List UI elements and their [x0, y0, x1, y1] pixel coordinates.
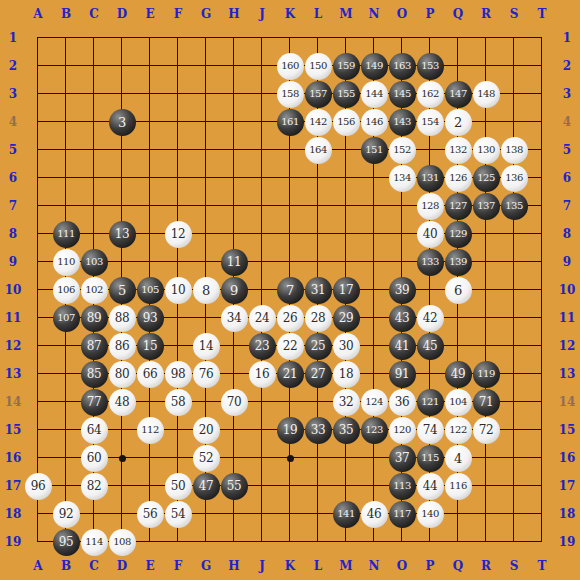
coord-label-top-N: N: [360, 4, 388, 24]
stone-N15: 123: [361, 417, 388, 444]
move-number: 49: [451, 368, 465, 380]
stone-C13: 85: [81, 361, 108, 388]
stone-A17: 96: [25, 473, 52, 500]
coord-label-bottom-A: A: [24, 556, 52, 576]
move-number: 95: [59, 536, 73, 548]
move-number: 58: [171, 396, 185, 408]
go-board: 2345678910111213141516171819202122232425…: [0, 0, 580, 580]
move-number: 108: [113, 537, 131, 547]
move-number: 150: [309, 61, 327, 71]
move-number: 86: [115, 340, 129, 352]
coord-label-right-4: 4: [554, 108, 580, 136]
move-number: 104: [449, 397, 467, 407]
coord-label-right-10: 10: [554, 276, 580, 304]
coord-label-right-11: 11: [554, 304, 580, 332]
move-number: 143: [393, 117, 411, 127]
move-number: 22: [283, 340, 297, 352]
move-number: 135: [505, 201, 523, 211]
coord-label-left-4: 4: [0, 108, 26, 136]
move-number: 161: [281, 117, 299, 127]
stone-L2: 150: [305, 53, 332, 80]
stone-D13: 80: [109, 361, 136, 388]
stone-R13: 119: [473, 361, 500, 388]
stone-L5: 164: [305, 137, 332, 164]
coord-label-top-P: P: [416, 4, 444, 24]
move-number: 9: [230, 284, 238, 297]
coord-label-top-S: S: [500, 4, 528, 24]
stone-D11: 88: [109, 305, 136, 332]
stone-K13: 21: [277, 361, 304, 388]
stone-D10: 5: [109, 277, 136, 304]
stone-F13: 98: [165, 361, 192, 388]
star-point-K16: [287, 455, 294, 462]
move-number: 107: [57, 313, 75, 323]
move-number: 31: [311, 284, 325, 296]
move-number: 158: [281, 89, 299, 99]
stone-J11: 24: [249, 305, 276, 332]
move-number: 156: [337, 117, 355, 127]
stone-K3: 158: [277, 81, 304, 108]
move-number: 35: [339, 424, 353, 436]
move-number: 36: [395, 396, 409, 408]
coord-label-right-9: 9: [554, 248, 580, 276]
move-number: 70: [227, 396, 241, 408]
move-number: 76: [199, 368, 213, 380]
stone-S7: 135: [501, 193, 528, 220]
stone-L12: 25: [305, 333, 332, 360]
move-number: 17: [339, 284, 353, 296]
coord-label-bottom-C: C: [80, 556, 108, 576]
stone-O2: 163: [389, 53, 416, 80]
coord-label-left-18: 18: [0, 500, 26, 528]
move-number: 105: [141, 285, 159, 295]
move-number: 130: [477, 145, 495, 155]
stone-Q9: 139: [445, 249, 472, 276]
move-number: 116: [449, 481, 467, 491]
move-number: 124: [365, 397, 383, 407]
stone-K4: 161: [277, 109, 304, 136]
move-number: 34: [227, 312, 241, 324]
stone-O15: 120: [389, 417, 416, 444]
coord-label-left-17: 17: [0, 472, 26, 500]
stone-G10: 8: [193, 277, 220, 304]
stone-H9: 11: [221, 249, 248, 276]
coord-label-top-G: G: [192, 4, 220, 24]
stone-C12: 87: [81, 333, 108, 360]
stone-H14: 70: [221, 389, 248, 416]
stone-B10: 106: [53, 277, 80, 304]
stone-M2: 159: [333, 53, 360, 80]
stone-B11: 107: [53, 305, 80, 332]
coord-label-right-5: 5: [554, 136, 580, 164]
move-number: 152: [393, 145, 411, 155]
coord-label-left-6: 6: [0, 164, 26, 192]
stone-B9: 110: [53, 249, 80, 276]
stone-E15: 112: [137, 417, 164, 444]
move-number: 103: [85, 257, 103, 267]
move-number: 16: [255, 368, 269, 380]
coord-label-right-13: 13: [554, 360, 580, 388]
move-number: 110: [57, 257, 75, 267]
stone-P7: 128: [417, 193, 444, 220]
coord-label-right-19: 19: [554, 528, 580, 556]
stone-P17: 44: [417, 473, 444, 500]
stone-O14: 36: [389, 389, 416, 416]
move-number: 146: [365, 117, 383, 127]
move-number: 12: [171, 228, 185, 240]
move-number: 148: [477, 89, 495, 99]
board-grid[interactable]: 2345678910111213141516171819202122232425…: [24, 24, 556, 556]
coord-label-bottom-K: K: [276, 556, 304, 576]
move-number: 141: [337, 509, 355, 519]
move-number: 80: [115, 368, 129, 380]
stone-E11: 93: [137, 305, 164, 332]
move-number: 5: [118, 284, 126, 297]
stone-P14: 121: [417, 389, 444, 416]
move-number: 20: [199, 424, 213, 436]
move-number: 82: [87, 480, 101, 492]
coord-label-top-Q: Q: [444, 4, 472, 24]
move-number: 46: [367, 508, 381, 520]
move-number: 114: [85, 537, 103, 547]
stone-E18: 56: [137, 501, 164, 528]
stone-Q3: 147: [445, 81, 472, 108]
stone-Q10: 6: [445, 277, 472, 304]
stone-B18: 92: [53, 501, 80, 528]
stone-M11: 29: [333, 305, 360, 332]
move-number: 47: [199, 480, 213, 492]
move-number: 71: [479, 396, 493, 408]
stone-C10: 102: [81, 277, 108, 304]
stone-P18: 140: [417, 501, 444, 528]
coord-label-top-O: O: [388, 4, 416, 24]
coord-label-left-14: 14: [0, 388, 26, 416]
coord-label-left-12: 12: [0, 332, 26, 360]
move-number: 112: [141, 425, 159, 435]
stone-C15: 64: [81, 417, 108, 444]
move-number: 43: [395, 312, 409, 324]
stone-N3: 144: [361, 81, 388, 108]
coord-label-top-D: D: [108, 4, 136, 24]
move-number: 8: [202, 284, 210, 297]
stone-P16: 115: [417, 445, 444, 472]
stone-B8: 111: [53, 221, 80, 248]
stone-L13: 27: [305, 361, 332, 388]
move-number: 32: [339, 396, 353, 408]
stone-C17: 82: [81, 473, 108, 500]
coord-label-right-3: 3: [554, 80, 580, 108]
move-number: 111: [57, 229, 75, 239]
stone-F10: 10: [165, 277, 192, 304]
stone-F17: 50: [165, 473, 192, 500]
stone-D19: 108: [109, 529, 136, 556]
stone-R3: 148: [473, 81, 500, 108]
move-number: 123: [365, 425, 383, 435]
move-number: 55: [227, 480, 241, 492]
stone-R5: 130: [473, 137, 500, 164]
coord-label-bottom-P: P: [416, 556, 444, 576]
coord-label-left-2: 2: [0, 52, 26, 80]
stone-C14: 77: [81, 389, 108, 416]
stone-M10: 17: [333, 277, 360, 304]
move-number: 45: [423, 340, 437, 352]
move-number: 160: [281, 61, 299, 71]
move-number: 72: [479, 424, 493, 436]
stone-N2: 149: [361, 53, 388, 80]
stone-G16: 52: [193, 445, 220, 472]
move-number: 129: [449, 229, 467, 239]
move-number: 126: [449, 173, 467, 183]
move-number: 93: [143, 312, 157, 324]
stone-O4: 143: [389, 109, 416, 136]
stone-O3: 145: [389, 81, 416, 108]
move-number: 128: [421, 201, 439, 211]
move-number: 121: [421, 397, 439, 407]
move-number: 113: [393, 481, 411, 491]
move-number: 21: [283, 368, 297, 380]
move-number: 15: [143, 340, 157, 352]
coord-label-left-13: 13: [0, 360, 26, 388]
move-number: 89: [87, 312, 101, 324]
move-number: 133: [421, 257, 439, 267]
move-number: 74: [423, 424, 437, 436]
move-number: 66: [143, 368, 157, 380]
move-number: 115: [421, 453, 439, 463]
move-number: 37: [395, 452, 409, 464]
stone-D14: 48: [109, 389, 136, 416]
move-number: 139: [449, 257, 467, 267]
stone-Q6: 126: [445, 165, 472, 192]
stone-Q5: 132: [445, 137, 472, 164]
coord-label-left-15: 15: [0, 416, 26, 444]
move-number: 142: [309, 117, 327, 127]
coord-label-right-1: 1: [554, 24, 580, 52]
stone-P4: 154: [417, 109, 444, 136]
coord-label-left-3: 3: [0, 80, 26, 108]
move-number: 13: [115, 228, 129, 240]
star-point-D16: [119, 455, 126, 462]
coord-label-top-B: B: [52, 4, 80, 24]
move-number: 39: [395, 284, 409, 296]
stone-H17: 55: [221, 473, 248, 500]
coord-label-left-8: 8: [0, 220, 26, 248]
stone-O5: 152: [389, 137, 416, 164]
coord-label-bottom-O: O: [388, 556, 416, 576]
move-number: 88: [115, 312, 129, 324]
coord-label-right-8: 8: [554, 220, 580, 248]
stone-N4: 146: [361, 109, 388, 136]
stone-H11: 34: [221, 305, 248, 332]
move-number: 140: [421, 509, 439, 519]
coord-label-right-2: 2: [554, 52, 580, 80]
coord-label-top-E: E: [136, 4, 164, 24]
stone-N18: 46: [361, 501, 388, 528]
stone-G17: 47: [193, 473, 220, 500]
coord-label-right-12: 12: [554, 332, 580, 360]
move-number: 27: [311, 368, 325, 380]
stone-M12: 30: [333, 333, 360, 360]
coord-label-top-M: M: [332, 4, 360, 24]
coord-label-right-15: 15: [554, 416, 580, 444]
coord-label-left-11: 11: [0, 304, 26, 332]
coord-label-right-14: 14: [554, 388, 580, 416]
move-number: 11: [227, 256, 241, 268]
stone-L11: 28: [305, 305, 332, 332]
coord-label-bottom-G: G: [192, 556, 220, 576]
stone-J13: 16: [249, 361, 276, 388]
move-number: 3: [118, 116, 126, 129]
stone-P11: 42: [417, 305, 444, 332]
coord-label-bottom-R: R: [472, 556, 500, 576]
move-number: 23: [255, 340, 269, 352]
stone-E10: 105: [137, 277, 164, 304]
move-number: 119: [477, 369, 495, 379]
move-number: 48: [115, 396, 129, 408]
move-number: 96: [31, 480, 45, 492]
coord-label-left-1: 1: [0, 24, 26, 52]
coord-label-bottom-L: L: [304, 556, 332, 576]
stone-N14: 124: [361, 389, 388, 416]
stone-B19: 95: [53, 529, 80, 556]
move-number: 159: [337, 61, 355, 71]
coord-label-left-19: 19: [0, 528, 26, 556]
stone-M15: 35: [333, 417, 360, 444]
coord-label-right-16: 16: [554, 444, 580, 472]
move-number: 164: [309, 145, 327, 155]
stone-R14: 71: [473, 389, 500, 416]
coord-label-right-6: 6: [554, 164, 580, 192]
coord-label-left-7: 7: [0, 192, 26, 220]
move-number: 7: [286, 284, 294, 297]
stone-S5: 138: [501, 137, 528, 164]
stone-P8: 40: [417, 221, 444, 248]
move-number: 120: [393, 425, 411, 435]
move-number: 26: [283, 312, 297, 324]
coord-label-top-R: R: [472, 4, 500, 24]
stone-O16: 37: [389, 445, 416, 472]
stone-O17: 113: [389, 473, 416, 500]
stone-F18: 54: [165, 501, 192, 528]
move-number: 4: [454, 452, 462, 465]
stone-K2: 160: [277, 53, 304, 80]
move-number: 42: [423, 312, 437, 324]
move-number: 60: [87, 452, 101, 464]
coord-label-bottom-N: N: [360, 556, 388, 576]
move-number: 77: [87, 396, 101, 408]
move-number: 145: [393, 89, 411, 99]
coord-label-bottom-B: B: [52, 556, 80, 576]
coord-label-left-9: 9: [0, 248, 26, 276]
stone-O12: 41: [389, 333, 416, 360]
stone-M4: 156: [333, 109, 360, 136]
stone-H10: 9: [221, 277, 248, 304]
stone-P15: 74: [417, 417, 444, 444]
stone-M18: 141: [333, 501, 360, 528]
stone-L15: 33: [305, 417, 332, 444]
move-number: 33: [311, 424, 325, 436]
coord-label-top-J: J: [248, 4, 276, 24]
move-number: 56: [143, 508, 157, 520]
stone-D4: 3: [109, 109, 136, 136]
stone-Q17: 116: [445, 473, 472, 500]
move-number: 54: [171, 508, 185, 520]
stone-Q14: 104: [445, 389, 472, 416]
move-number: 98: [171, 368, 185, 380]
move-number: 64: [87, 424, 101, 436]
coord-label-top-L: L: [304, 4, 332, 24]
stone-L3: 157: [305, 81, 332, 108]
move-number: 155: [337, 89, 355, 99]
move-number: 91: [395, 368, 409, 380]
move-number: 136: [505, 173, 523, 183]
move-number: 117: [393, 509, 411, 519]
stone-N5: 151: [361, 137, 388, 164]
move-number: 50: [171, 480, 185, 492]
move-number: 19: [283, 424, 297, 436]
move-number: 6: [454, 284, 462, 297]
move-number: 149: [365, 61, 383, 71]
stone-P6: 131: [417, 165, 444, 192]
coord-label-bottom-Q: Q: [444, 556, 472, 576]
move-number: 41: [395, 340, 409, 352]
stone-Q16: 4: [445, 445, 472, 472]
move-number: 144: [365, 89, 383, 99]
stone-D12: 86: [109, 333, 136, 360]
stone-M14: 32: [333, 389, 360, 416]
move-number: 131: [421, 173, 439, 183]
coord-label-top-T: T: [528, 4, 556, 24]
stone-C19: 114: [81, 529, 108, 556]
stone-R6: 125: [473, 165, 500, 192]
move-number: 2: [454, 116, 462, 129]
stone-L10: 31: [305, 277, 332, 304]
stone-S6: 136: [501, 165, 528, 192]
stone-G13: 76: [193, 361, 220, 388]
coord-label-top-F: F: [164, 4, 192, 24]
move-number: 10: [171, 284, 185, 296]
stone-Q8: 129: [445, 221, 472, 248]
stone-P2: 153: [417, 53, 444, 80]
stone-Q15: 122: [445, 417, 472, 444]
move-number: 132: [449, 145, 467, 155]
move-number: 122: [449, 425, 467, 435]
coord-label-left-16: 16: [0, 444, 26, 472]
move-number: 162: [421, 89, 439, 99]
move-number: 106: [57, 285, 75, 295]
stone-R7: 137: [473, 193, 500, 220]
stone-F8: 12: [165, 221, 192, 248]
stone-E12: 15: [137, 333, 164, 360]
move-number: 151: [365, 145, 383, 155]
move-number: 137: [477, 201, 495, 211]
stone-Q4: 2: [445, 109, 472, 136]
stone-K15: 19: [277, 417, 304, 444]
stone-J12: 23: [249, 333, 276, 360]
move-number: 153: [421, 61, 439, 71]
stone-M3: 155: [333, 81, 360, 108]
stone-P12: 45: [417, 333, 444, 360]
move-number: 44: [423, 480, 437, 492]
coord-label-bottom-D: D: [108, 556, 136, 576]
coord-label-top-C: C: [80, 4, 108, 24]
move-number: 157: [309, 89, 327, 99]
move-number: 125: [477, 173, 495, 183]
move-number: 154: [421, 117, 439, 127]
coord-label-left-5: 5: [0, 136, 26, 164]
move-number: 87: [87, 340, 101, 352]
move-number: 163: [393, 61, 411, 71]
move-number: 14: [199, 340, 213, 352]
